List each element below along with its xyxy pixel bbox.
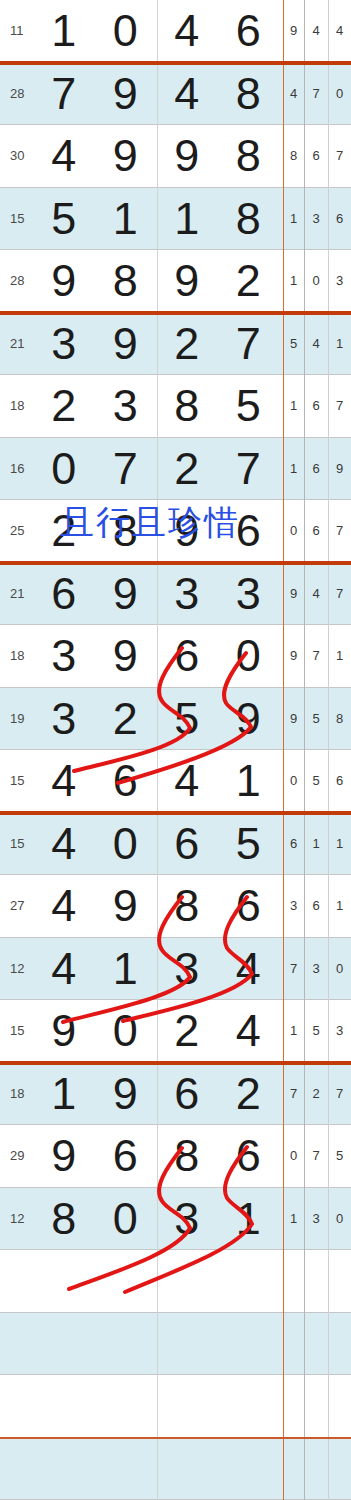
stat-digit-3: 1 [328, 649, 351, 662]
table-row: 19 3 2 5 9 9 5 8 [0, 688, 351, 751]
sum-value: 18 [0, 1087, 37, 1100]
stat-digit-1: 9 [283, 24, 304, 37]
stat-digit-3: 0 [328, 87, 351, 100]
stat-digit-1: 7 [283, 962, 304, 975]
stat-digit-1: 1 [283, 462, 304, 475]
draw-digit-1: 0 [33, 446, 95, 491]
draw-digit-4: 6 [218, 1133, 280, 1178]
stat-digit-3: 4 [328, 24, 351, 37]
draw-digit-4: 4 [218, 1008, 280, 1053]
draw-digit-4: 1 [218, 758, 280, 803]
stat-digit-1: 6 [283, 837, 304, 850]
stat-digit-2: 0 [304, 274, 328, 287]
stat-digit-3: 7 [328, 587, 351, 600]
stat-digit-3: 8 [328, 712, 351, 725]
draw-digit-4: 6 [218, 883, 280, 928]
sum-value: 19 [0, 712, 37, 725]
sum-value: 21 [0, 587, 37, 600]
table-row: 12 8 0 3 1 1 3 0 [0, 1188, 351, 1251]
stat-digit-1: 9 [283, 649, 304, 662]
draw-digit-2: 1 [95, 196, 157, 241]
table-row: 15 5 1 1 8 1 3 6 [0, 188, 351, 251]
draw-digit-1: 4 [33, 821, 95, 866]
draw-digit-4: 0 [218, 633, 280, 678]
stat-digit-1: 3 [283, 899, 304, 912]
draw-digit-4: 8 [218, 196, 280, 241]
draw-digit-3: 1 [156, 196, 218, 241]
table-row [0, 1375, 351, 1438]
draw-digit-2: 9 [95, 1071, 157, 1116]
draw-digit-2: 8 [95, 258, 157, 303]
table-row: 15 4 6 4 1 0 5 6 [0, 750, 351, 813]
stat-digit-1: 1 [283, 1024, 304, 1037]
draw-digit-4: 5 [218, 383, 280, 428]
stat-digit-1: 1 [283, 1212, 304, 1225]
stat-digit-2: 5 [304, 774, 328, 787]
stat-digit-2: 6 [304, 462, 328, 475]
table-row: 21 3 9 2 7 5 4 1 [0, 313, 351, 376]
draw-digit-4: 6 [218, 8, 280, 53]
draw-digit-3: 4 [156, 758, 218, 803]
draw-digit-1: 7 [33, 71, 95, 116]
sum-value: 27 [0, 899, 37, 912]
sum-value: 28 [0, 274, 37, 287]
draw-digit-1: 2 [33, 383, 95, 428]
stat-digit-1: 7 [283, 1087, 304, 1100]
draw-digit-3: 3 [156, 946, 218, 991]
sum-value: 15 [0, 1024, 37, 1037]
draw-digit-1: 4 [33, 946, 95, 991]
draw-digit-3: 9 [156, 508, 218, 553]
draw-digit-4: 7 [218, 446, 280, 491]
table-row: 11 1 0 4 6 9 4 4 [0, 0, 351, 63]
stat-digit-3: 1 [328, 337, 351, 350]
stat-digit-3: 7 [328, 1087, 351, 1100]
table-row: 29 9 6 8 6 0 7 5 [0, 1125, 351, 1188]
table-row: 12 4 1 3 4 7 3 0 [0, 938, 351, 1001]
stat-digit-1: 0 [283, 774, 304, 787]
draw-digit-4: 8 [218, 133, 280, 178]
draw-digit-4: 3 [218, 571, 280, 616]
draw-digit-2: 9 [95, 571, 157, 616]
stat-digit-2: 4 [304, 337, 328, 350]
draw-digit-1: 3 [33, 696, 95, 741]
draw-digit-2: 6 [95, 758, 157, 803]
sum-value: 12 [0, 1212, 37, 1225]
table-row: 25 2 8 9 6 0 6 7 [0, 500, 351, 563]
stat-digit-2: 5 [304, 712, 328, 725]
draw-digit-3: 2 [156, 1008, 218, 1053]
stat-digit-1: 9 [283, 712, 304, 725]
table-row: 16 0 7 2 7 1 6 9 [0, 438, 351, 501]
table-row: 30 4 9 9 8 8 6 7 [0, 125, 351, 188]
draw-digit-1: 5 [33, 196, 95, 241]
stat-digit-1: 1 [283, 212, 304, 225]
draw-digit-4: 9 [218, 696, 280, 741]
draw-digit-2: 0 [95, 821, 157, 866]
draw-digit-3: 5 [156, 696, 218, 741]
draw-digit-1: 3 [33, 321, 95, 366]
sum-value: 16 [0, 462, 37, 475]
sum-value: 12 [0, 962, 37, 975]
table-row [0, 1250, 351, 1313]
draw-digit-1: 8 [33, 1196, 95, 1241]
draw-digit-3: 9 [156, 133, 218, 178]
draw-digit-2: 0 [95, 1196, 157, 1241]
stat-digit-3: 0 [328, 962, 351, 975]
draw-digit-4: 2 [218, 1071, 280, 1116]
draw-digit-3: 3 [156, 571, 218, 616]
lottery-trend-chart: 11 1 0 4 6 9 4 4 28 7 9 4 8 4 7 0 30 4 9… [0, 0, 351, 1500]
draw-digit-1: 2 [33, 508, 95, 553]
draw-digit-3: 4 [156, 71, 218, 116]
stat-digit-3: 1 [328, 837, 351, 850]
draw-digit-2: 0 [95, 1008, 157, 1053]
stat-digit-3: 9 [328, 462, 351, 475]
draw-digit-3: 6 [156, 1071, 218, 1116]
draw-digit-2: 9 [95, 321, 157, 366]
stat-digit-2: 5 [304, 1024, 328, 1037]
draw-digit-2: 0 [95, 8, 157, 53]
draw-digit-4: 4 [218, 946, 280, 991]
draw-digit-4: 2 [218, 258, 280, 303]
draw-digit-4: 6 [218, 508, 280, 553]
stat-digit-2: 6 [304, 149, 328, 162]
draw-digit-2: 3 [95, 383, 157, 428]
sum-value: 15 [0, 212, 37, 225]
stat-digit-2: 4 [304, 24, 328, 37]
draw-digit-3: 6 [156, 633, 218, 678]
sum-value: 18 [0, 399, 37, 412]
stat-digit-2: 3 [304, 962, 328, 975]
draw-digit-1: 4 [33, 883, 95, 928]
stat-digit-2: 2 [304, 1087, 328, 1100]
draw-digit-1: 9 [33, 1133, 95, 1178]
sum-value: 15 [0, 774, 37, 787]
stat-digit-2: 7 [304, 87, 328, 100]
draw-digit-1: 9 [33, 258, 95, 303]
draw-digit-2: 2 [95, 696, 157, 741]
stat-digit-2: 6 [304, 399, 328, 412]
sum-value: 30 [0, 149, 37, 162]
stat-digit-1: 4 [283, 87, 304, 100]
sum-value: 11 [0, 24, 37, 37]
draw-digit-1: 9 [33, 1008, 95, 1053]
rows-container: 11 1 0 4 6 9 4 4 28 7 9 4 8 4 7 0 30 4 9… [0, 0, 351, 1500]
table-row: 27 4 9 8 6 3 6 1 [0, 875, 351, 938]
draw-digit-3: 8 [156, 1133, 218, 1178]
draw-digit-3: 9 [156, 258, 218, 303]
table-row: 18 2 3 8 5 1 6 7 [0, 375, 351, 438]
draw-digit-1: 4 [33, 758, 95, 803]
draw-digit-3: 2 [156, 446, 218, 491]
draw-digit-2: 6 [95, 1133, 157, 1178]
stat-digit-3: 5 [328, 1149, 351, 1162]
stat-digit-1: 0 [283, 1149, 304, 1162]
stat-digit-2: 7 [304, 1149, 328, 1162]
table-row: 28 7 9 4 8 4 7 0 [0, 63, 351, 126]
draw-digit-2: 1 [95, 946, 157, 991]
sum-value: 18 [0, 649, 37, 662]
draw-digit-4: 7 [218, 321, 280, 366]
stat-digit-3: 1 [328, 899, 351, 912]
stat-digit-1: 1 [283, 274, 304, 287]
draw-digit-1: 1 [33, 1071, 95, 1116]
draw-digit-3: 6 [156, 821, 218, 866]
stat-digit-2: 6 [304, 524, 328, 537]
stat-digit-2: 3 [304, 1212, 328, 1225]
draw-digit-4: 5 [218, 821, 280, 866]
draw-digit-2: 9 [95, 71, 157, 116]
sum-value: 28 [0, 87, 37, 100]
table-row: 28 9 8 9 2 1 0 3 [0, 250, 351, 313]
draw-digit-2: 8 [95, 508, 157, 553]
draw-digit-3: 2 [156, 321, 218, 366]
stat-digit-1: 9 [283, 587, 304, 600]
stat-digit-1: 0 [283, 524, 304, 537]
draw-digit-1: 3 [33, 633, 95, 678]
stat-digit-3: 7 [328, 399, 351, 412]
table-row: 18 1 9 6 2 7 2 7 [0, 1063, 351, 1126]
stat-digit-2: 7 [304, 649, 328, 662]
draw-digit-3: 8 [156, 883, 218, 928]
table-row [0, 1438, 351, 1500]
table-row: 18 3 9 6 0 9 7 1 [0, 625, 351, 688]
stat-digit-2: 1 [304, 837, 328, 850]
stat-digit-1: 1 [283, 399, 304, 412]
draw-digit-1: 4 [33, 133, 95, 178]
draw-digit-4: 1 [218, 1196, 280, 1241]
draw-digit-3: 8 [156, 383, 218, 428]
stat-digit-3: 0 [328, 1212, 351, 1225]
stat-digit-2: 4 [304, 587, 328, 600]
stat-digit-3: 3 [328, 1024, 351, 1037]
draw-digit-1: 1 [33, 8, 95, 53]
draw-digit-1: 6 [33, 571, 95, 616]
table-row: 15 4 0 6 5 6 1 1 [0, 813, 351, 876]
stat-digit-3: 6 [328, 774, 351, 787]
table-row: 15 9 0 2 4 1 5 3 [0, 1000, 351, 1063]
draw-digit-2: 9 [95, 883, 157, 928]
sum-value: 25 [0, 524, 37, 537]
draw-digit-2: 7 [95, 446, 157, 491]
draw-digit-2: 9 [95, 133, 157, 178]
stat-digit-3: 3 [328, 274, 351, 287]
table-row: 21 6 9 3 3 9 4 7 [0, 563, 351, 626]
draw-digit-4: 8 [218, 71, 280, 116]
stat-digit-1: 5 [283, 337, 304, 350]
sum-value: 15 [0, 837, 37, 850]
draw-digit-2: 9 [95, 633, 157, 678]
stat-digit-3: 7 [328, 149, 351, 162]
stat-digit-3: 6 [328, 212, 351, 225]
sum-value: 21 [0, 337, 37, 350]
table-row [0, 1313, 351, 1376]
stat-digit-3: 7 [328, 524, 351, 537]
stat-digit-1: 8 [283, 149, 304, 162]
sum-value: 29 [0, 1149, 37, 1162]
draw-digit-3: 3 [156, 1196, 218, 1241]
draw-digit-3: 4 [156, 8, 218, 53]
stat-digit-2: 3 [304, 212, 328, 225]
stat-digit-2: 6 [304, 899, 328, 912]
